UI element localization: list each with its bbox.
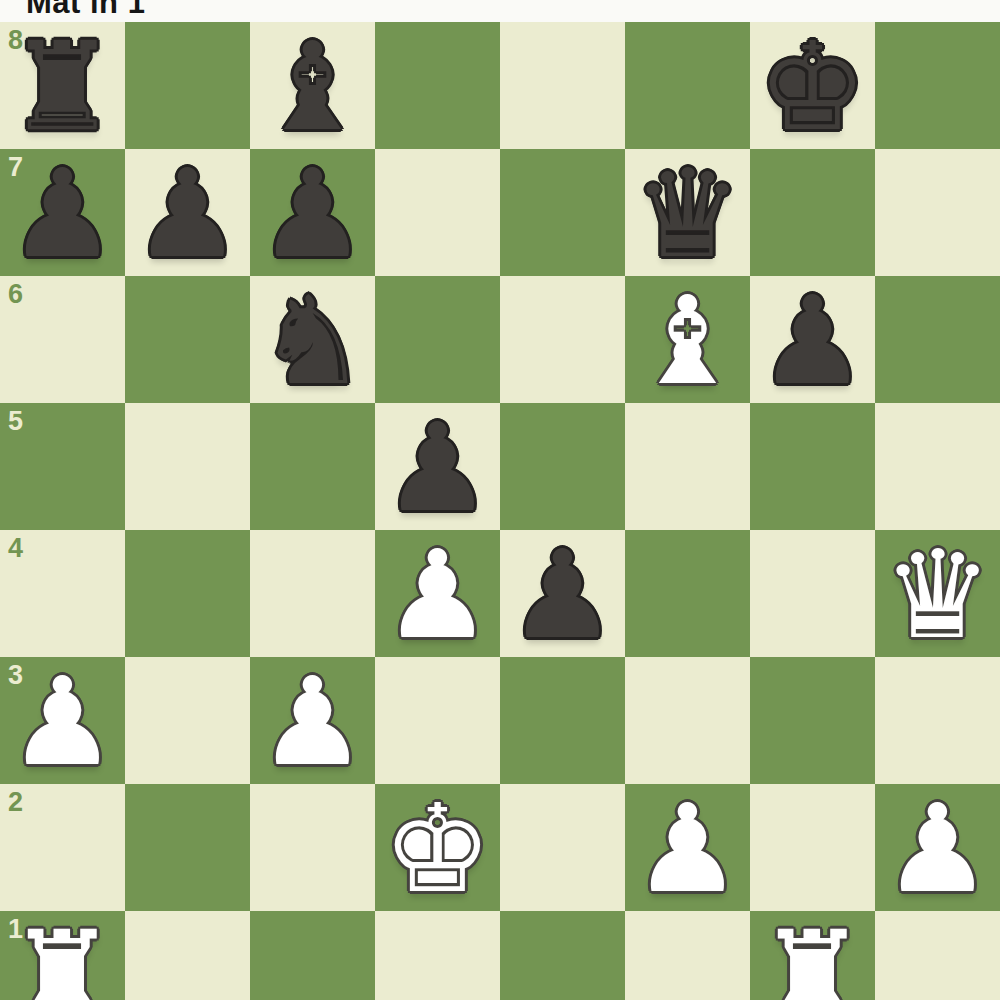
square-f6[interactable]: ♝ [625, 276, 750, 403]
white-bishop-f6[interactable]: ♝ [633, 280, 742, 402]
square-d4[interactable]: ♟ [375, 530, 500, 657]
square-h8[interactable] [875, 22, 1000, 149]
black-pawn-e4[interactable]: ♟ [508, 534, 617, 656]
square-a7[interactable]: 7♟ [0, 149, 125, 276]
square-f4[interactable] [625, 530, 750, 657]
square-b4[interactable] [125, 530, 250, 657]
black-rook-a8[interactable]: ♜ [8, 26, 117, 148]
chess-board: 8♜♝♚7♟♟♟♛6♞♝♟5♟4♟♟♛3♟♟2♚♟♟1♜♜ [0, 22, 1000, 1000]
square-c5[interactable] [250, 403, 375, 530]
square-c2[interactable] [250, 784, 375, 911]
white-queen-h4[interactable]: ♛ [883, 534, 992, 656]
square-h5[interactable] [875, 403, 1000, 530]
square-f3[interactable] [625, 657, 750, 784]
square-a4[interactable]: 4 [0, 530, 125, 657]
white-pawn-c3[interactable]: ♟ [258, 661, 367, 783]
square-d3[interactable] [375, 657, 500, 784]
square-d8[interactable] [375, 22, 500, 149]
square-d2[interactable]: ♚ [375, 784, 500, 911]
white-pawn-d4[interactable]: ♟ [383, 534, 492, 656]
square-a3[interactable]: 3♟ [0, 657, 125, 784]
square-d1[interactable] [375, 911, 500, 1000]
square-g8[interactable]: ♚ [750, 22, 875, 149]
black-pawn-a7[interactable]: ♟ [8, 153, 117, 275]
square-a6[interactable]: 6 [0, 276, 125, 403]
square-c1[interactable] [250, 911, 375, 1000]
square-g7[interactable] [750, 149, 875, 276]
square-g4[interactable] [750, 530, 875, 657]
square-b2[interactable] [125, 784, 250, 911]
square-c8[interactable]: ♝ [250, 22, 375, 149]
black-queen-f7[interactable]: ♛ [633, 153, 742, 275]
square-c3[interactable]: ♟ [250, 657, 375, 784]
square-h3[interactable] [875, 657, 1000, 784]
white-rook-g1[interactable]: ♜ [758, 915, 867, 1000]
square-e7[interactable] [500, 149, 625, 276]
puzzle-screen: Mat in 1 8♜♝♚7♟♟♟♛6♞♝♟5♟4♟♟♛3♟♟2♚♟♟1♜♜ [0, 0, 1000, 1000]
square-e3[interactable] [500, 657, 625, 784]
black-pawn-c7[interactable]: ♟ [258, 153, 367, 275]
square-h6[interactable] [875, 276, 1000, 403]
white-pawn-f2[interactable]: ♟ [633, 788, 742, 910]
square-d7[interactable] [375, 149, 500, 276]
square-a2[interactable]: 2 [0, 784, 125, 911]
square-f5[interactable] [625, 403, 750, 530]
square-c7[interactable]: ♟ [250, 149, 375, 276]
square-g6[interactable]: ♟ [750, 276, 875, 403]
square-h2[interactable]: ♟ [875, 784, 1000, 911]
title-bar: Mat in 1 [0, 0, 1000, 22]
square-e8[interactable] [500, 22, 625, 149]
square-g2[interactable] [750, 784, 875, 911]
square-h4[interactable]: ♛ [875, 530, 1000, 657]
square-b3[interactable] [125, 657, 250, 784]
black-pawn-b7[interactable]: ♟ [133, 153, 242, 275]
square-f7[interactable]: ♛ [625, 149, 750, 276]
rank-label-2: 2 [8, 789, 23, 816]
square-e2[interactable] [500, 784, 625, 911]
square-a1[interactable]: 1♜ [0, 911, 125, 1000]
square-b6[interactable] [125, 276, 250, 403]
white-pawn-a3[interactable]: ♟ [8, 661, 117, 783]
square-e5[interactable] [500, 403, 625, 530]
square-a8[interactable]: 8♜ [0, 22, 125, 149]
square-e4[interactable]: ♟ [500, 530, 625, 657]
square-h1[interactable] [875, 911, 1000, 1000]
black-king-g8[interactable]: ♚ [758, 26, 867, 148]
square-b7[interactable]: ♟ [125, 149, 250, 276]
square-e1[interactable] [500, 911, 625, 1000]
square-h7[interactable] [875, 149, 1000, 276]
square-d6[interactable] [375, 276, 500, 403]
square-f2[interactable]: ♟ [625, 784, 750, 911]
square-b5[interactable] [125, 403, 250, 530]
square-e6[interactable] [500, 276, 625, 403]
rank-label-4: 4 [8, 535, 23, 562]
square-d5[interactable]: ♟ [375, 403, 500, 530]
black-knight-c6[interactable]: ♞ [258, 280, 367, 402]
black-pawn-d5[interactable]: ♟ [383, 407, 492, 529]
rank-label-6: 6 [8, 281, 23, 308]
rank-label-5: 5 [8, 408, 23, 435]
square-a5[interactable]: 5 [0, 403, 125, 530]
square-g3[interactable] [750, 657, 875, 784]
square-g1[interactable]: ♜ [750, 911, 875, 1000]
square-c4[interactable] [250, 530, 375, 657]
black-bishop-c8[interactable]: ♝ [258, 26, 367, 148]
square-f1[interactable] [625, 911, 750, 1000]
white-king-d2[interactable]: ♚ [383, 788, 492, 910]
square-f8[interactable] [625, 22, 750, 149]
white-pawn-h2[interactable]: ♟ [883, 788, 992, 910]
square-b1[interactable] [125, 911, 250, 1000]
square-b8[interactable] [125, 22, 250, 149]
black-pawn-g6[interactable]: ♟ [758, 280, 867, 402]
puzzle-title: Mat in 1 [26, 0, 145, 21]
square-c6[interactable]: ♞ [250, 276, 375, 403]
white-rook-a1[interactable]: ♜ [8, 915, 117, 1000]
square-g5[interactable] [750, 403, 875, 530]
